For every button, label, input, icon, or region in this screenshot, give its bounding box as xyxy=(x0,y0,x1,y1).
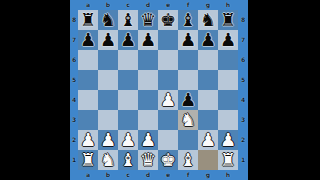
square-h4[interactable] xyxy=(218,90,238,110)
square-d3[interactable] xyxy=(138,110,158,130)
square-c8[interactable]: ♝ xyxy=(118,10,138,30)
square-b4[interactable] xyxy=(98,90,118,110)
coordinate-label: f xyxy=(178,170,198,180)
square-e5[interactable] xyxy=(158,70,178,90)
white-queen[interactable]: ♛ xyxy=(138,150,158,170)
square-f8[interactable]: ♝ xyxy=(178,10,198,30)
coordinate-label: 7 xyxy=(238,30,248,50)
letterbox-left xyxy=(0,0,70,180)
square-g7[interactable]: ♟ xyxy=(198,30,218,50)
square-c7[interactable]: ♟ xyxy=(118,30,138,50)
coordinate-label: b xyxy=(98,170,118,180)
black-bishop[interactable]: ♝ xyxy=(118,10,138,30)
square-e8[interactable]: ♚ xyxy=(158,10,178,30)
square-h6[interactable] xyxy=(218,50,238,70)
square-h8[interactable]: ♜ xyxy=(218,10,238,30)
square-h1[interactable]: ♜ xyxy=(218,150,238,170)
square-a4[interactable] xyxy=(78,90,98,110)
letterbox-right xyxy=(248,0,320,180)
coordinate-label: e xyxy=(158,170,178,180)
square-e4[interactable]: ♟ xyxy=(158,90,178,110)
square-a2[interactable]: ♟ xyxy=(78,130,98,150)
square-h7[interactable]: ♟ xyxy=(218,30,238,50)
coordinate-label: 6 xyxy=(238,50,248,70)
square-b5[interactable] xyxy=(98,70,118,90)
coordinate-label: 6 xyxy=(70,50,78,70)
black-rook[interactable]: ♜ xyxy=(218,10,238,30)
square-b3[interactable] xyxy=(98,110,118,130)
square-a3[interactable] xyxy=(78,110,98,130)
square-a1[interactable]: ♜ xyxy=(78,150,98,170)
black-queen[interactable]: ♛ xyxy=(138,10,158,30)
square-c5[interactable] xyxy=(118,70,138,90)
square-c4[interactable] xyxy=(118,90,138,110)
black-pawn[interactable]: ♟ xyxy=(78,30,98,50)
square-a5[interactable] xyxy=(78,70,98,90)
square-g2[interactable]: ♟ xyxy=(198,130,218,150)
coordinate-label: 3 xyxy=(70,110,78,130)
black-pawn[interactable]: ♟ xyxy=(98,30,118,50)
coordinate-label: 2 xyxy=(70,130,78,150)
square-a6[interactable] xyxy=(78,50,98,70)
white-knight[interactable]: ♞ xyxy=(178,110,198,130)
chess-board-frame: abcdefgh abcdefgh 87654321 87654321 ♜♞♝♛… xyxy=(70,0,248,180)
square-d8[interactable]: ♛ xyxy=(138,10,158,30)
square-b2[interactable]: ♟ xyxy=(98,130,118,150)
square-d1[interactable]: ♛ xyxy=(138,150,158,170)
coordinate-label: 1 xyxy=(70,150,78,170)
square-g8[interactable]: ♞ xyxy=(198,10,218,30)
square-c2[interactable]: ♟ xyxy=(118,130,138,150)
white-pawn[interactable]: ♟ xyxy=(158,90,178,110)
white-pawn[interactable]: ♟ xyxy=(98,130,118,150)
coordinate-label: 1 xyxy=(238,150,248,170)
square-g1[interactable] xyxy=(198,150,218,170)
square-d6[interactable] xyxy=(138,50,158,70)
square-e3[interactable] xyxy=(158,110,178,130)
coordinate-label: g xyxy=(198,170,218,180)
square-e6[interactable] xyxy=(158,50,178,70)
white-bishop[interactable]: ♝ xyxy=(178,150,198,170)
square-h3[interactable] xyxy=(218,110,238,130)
white-rook[interactable]: ♜ xyxy=(78,150,98,170)
square-h5[interactable] xyxy=(218,70,238,90)
square-c3[interactable] xyxy=(118,110,138,130)
coordinate-label: a xyxy=(78,170,98,180)
black-pawn[interactable]: ♟ xyxy=(178,30,198,50)
square-d7[interactable]: ♟ xyxy=(138,30,158,50)
square-a8[interactable]: ♜ xyxy=(78,10,98,30)
chess-board: ♜♞♝♛♚♝♞♜♟♟♟♟♟♟♟♟♟♞♟♟♟♟♟♟♜♞♝♛♚♝♜ xyxy=(78,10,238,170)
coordinate-label: d xyxy=(138,170,158,180)
black-bishop[interactable]: ♝ xyxy=(178,10,198,30)
square-d5[interactable] xyxy=(138,70,158,90)
square-b1[interactable]: ♞ xyxy=(98,150,118,170)
black-pawn[interactable]: ♟ xyxy=(178,90,198,110)
square-e1[interactable]: ♚ xyxy=(158,150,178,170)
coordinate-label: 4 xyxy=(238,90,248,110)
square-g3[interactable] xyxy=(198,110,218,130)
square-g5[interactable] xyxy=(198,70,218,90)
square-b7[interactable]: ♟ xyxy=(98,30,118,50)
coordinate-label: 7 xyxy=(70,30,78,50)
square-c6[interactable] xyxy=(118,50,138,70)
coordinate-label: 4 xyxy=(70,90,78,110)
black-pawn[interactable]: ♟ xyxy=(198,30,218,50)
black-knight[interactable]: ♞ xyxy=(198,10,218,30)
black-pawn[interactable]: ♟ xyxy=(218,30,238,50)
white-pawn[interactable]: ♟ xyxy=(118,130,138,150)
white-knight[interactable]: ♞ xyxy=(98,150,118,170)
square-c1[interactable]: ♝ xyxy=(118,150,138,170)
video-frame: abcdefgh abcdefgh 87654321 87654321 ♜♞♝♛… xyxy=(0,0,320,180)
white-king[interactable]: ♚ xyxy=(158,150,178,170)
square-h2[interactable]: ♟ xyxy=(218,130,238,150)
white-pawn[interactable]: ♟ xyxy=(218,130,238,150)
square-e7[interactable] xyxy=(158,30,178,50)
coordinate-label: 2 xyxy=(238,130,248,150)
square-e2[interactable] xyxy=(158,130,178,150)
rank-labels-left: 87654321 xyxy=(70,10,78,170)
rank-labels-right: 87654321 xyxy=(238,10,248,170)
coordinate-label: 8 xyxy=(70,10,78,30)
coordinate-label: c xyxy=(118,170,138,180)
white-pawn[interactable]: ♟ xyxy=(138,130,158,150)
square-b8[interactable]: ♞ xyxy=(98,10,118,30)
square-f2[interactable] xyxy=(178,130,198,150)
coordinate-label: 5 xyxy=(70,70,78,90)
square-d2[interactable]: ♟ xyxy=(138,130,158,150)
black-rook[interactable]: ♜ xyxy=(78,10,98,30)
coordinate-label: h xyxy=(218,170,238,180)
black-pawn[interactable]: ♟ xyxy=(138,30,158,50)
square-f6[interactable] xyxy=(178,50,198,70)
square-g6[interactable] xyxy=(198,50,218,70)
black-pawn[interactable]: ♟ xyxy=(118,30,138,50)
square-f4[interactable]: ♟ xyxy=(178,90,198,110)
black-knight[interactable]: ♞ xyxy=(98,10,118,30)
white-bishop[interactable]: ♝ xyxy=(118,150,138,170)
file-labels-bottom: abcdefgh xyxy=(78,170,238,180)
coordinate-label: 3 xyxy=(238,110,248,130)
black-king[interactable]: ♚ xyxy=(158,10,178,30)
square-f7[interactable]: ♟ xyxy=(178,30,198,50)
white-rook[interactable]: ♜ xyxy=(218,150,238,170)
white-pawn[interactable]: ♟ xyxy=(78,130,98,150)
square-f1[interactable]: ♝ xyxy=(178,150,198,170)
square-b6[interactable] xyxy=(98,50,118,70)
square-f5[interactable] xyxy=(178,70,198,90)
square-g4[interactable] xyxy=(198,90,218,110)
white-pawn[interactable]: ♟ xyxy=(198,130,218,150)
coordinate-label: 8 xyxy=(238,10,248,30)
square-a7[interactable]: ♟ xyxy=(78,30,98,50)
coordinate-label: 5 xyxy=(238,70,248,90)
square-f3[interactable]: ♞ xyxy=(178,110,198,130)
square-d4[interactable] xyxy=(138,90,158,110)
